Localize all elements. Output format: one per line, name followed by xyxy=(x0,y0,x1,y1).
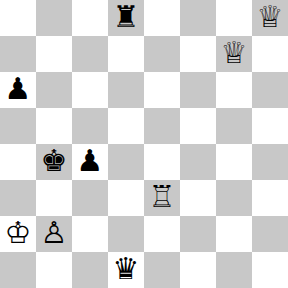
square-e6[interactable] xyxy=(144,72,180,108)
square-d8[interactable]: ♜ xyxy=(108,0,144,36)
square-a5[interactable] xyxy=(0,108,36,144)
square-a3[interactable] xyxy=(0,180,36,216)
square-c3[interactable] xyxy=(72,180,108,216)
square-g8[interactable] xyxy=(216,0,252,36)
square-c4[interactable]: ♟ xyxy=(72,144,108,180)
piece-white-rook[interactable]: ♖ xyxy=(149,179,176,215)
square-b3[interactable] xyxy=(36,180,72,216)
square-h3[interactable] xyxy=(252,180,288,216)
square-g4[interactable] xyxy=(216,144,252,180)
square-f2[interactable] xyxy=(180,216,216,252)
square-g6[interactable] xyxy=(216,72,252,108)
square-f8[interactable] xyxy=(180,0,216,36)
square-d4[interactable] xyxy=(108,144,144,180)
square-g2[interactable] xyxy=(216,216,252,252)
square-h2[interactable] xyxy=(252,216,288,252)
square-b7[interactable] xyxy=(36,36,72,72)
square-e8[interactable] xyxy=(144,0,180,36)
square-a4[interactable] xyxy=(0,144,36,180)
square-c1[interactable] xyxy=(72,252,108,288)
chess-board: ♜♕♕♟♚♟♖♔♙♛ xyxy=(0,0,288,288)
square-d5[interactable] xyxy=(108,108,144,144)
square-b1[interactable] xyxy=(36,252,72,288)
square-g1[interactable] xyxy=(216,252,252,288)
square-a6[interactable]: ♟ xyxy=(0,72,36,108)
square-g5[interactable] xyxy=(216,108,252,144)
square-f7[interactable] xyxy=(180,36,216,72)
square-f3[interactable] xyxy=(180,180,216,216)
piece-black-pawn[interactable]: ♟ xyxy=(5,71,32,107)
square-b4[interactable]: ♚ xyxy=(36,144,72,180)
square-b2[interactable]: ♙ xyxy=(36,216,72,252)
piece-black-king[interactable]: ♚ xyxy=(41,143,68,179)
square-c6[interactable] xyxy=(72,72,108,108)
piece-black-rook[interactable]: ♜ xyxy=(113,0,140,35)
square-a8[interactable] xyxy=(0,0,36,36)
square-c2[interactable] xyxy=(72,216,108,252)
piece-white-pawn[interactable]: ♙ xyxy=(41,215,68,251)
square-f5[interactable] xyxy=(180,108,216,144)
square-e5[interactable] xyxy=(144,108,180,144)
square-b5[interactable] xyxy=(36,108,72,144)
square-e7[interactable] xyxy=(144,36,180,72)
square-a7[interactable] xyxy=(0,36,36,72)
square-e3[interactable]: ♖ xyxy=(144,180,180,216)
square-c5[interactable] xyxy=(72,108,108,144)
square-g7[interactable]: ♕ xyxy=(216,36,252,72)
square-h7[interactable] xyxy=(252,36,288,72)
piece-black-queen[interactable]: ♛ xyxy=(113,251,140,287)
square-h8[interactable]: ♕ xyxy=(252,0,288,36)
square-e4[interactable] xyxy=(144,144,180,180)
piece-white-queen[interactable]: ♕ xyxy=(221,35,248,71)
square-f1[interactable] xyxy=(180,252,216,288)
square-b8[interactable] xyxy=(36,0,72,36)
square-e2[interactable] xyxy=(144,216,180,252)
piece-black-pawn[interactable]: ♟ xyxy=(77,143,104,179)
square-d3[interactable] xyxy=(108,180,144,216)
piece-white-queen[interactable]: ♕ xyxy=(257,0,284,35)
square-d2[interactable] xyxy=(108,216,144,252)
square-g3[interactable] xyxy=(216,180,252,216)
square-e1[interactable] xyxy=(144,252,180,288)
square-d1[interactable]: ♛ xyxy=(108,252,144,288)
square-h1[interactable] xyxy=(252,252,288,288)
square-d7[interactable] xyxy=(108,36,144,72)
square-c7[interactable] xyxy=(72,36,108,72)
square-h4[interactable] xyxy=(252,144,288,180)
square-f6[interactable] xyxy=(180,72,216,108)
piece-white-king[interactable]: ♔ xyxy=(5,215,32,251)
square-f4[interactable] xyxy=(180,144,216,180)
square-h5[interactable] xyxy=(252,108,288,144)
square-h6[interactable] xyxy=(252,72,288,108)
square-a2[interactable]: ♔ xyxy=(0,216,36,252)
square-a1[interactable] xyxy=(0,252,36,288)
square-c8[interactable] xyxy=(72,0,108,36)
square-d6[interactable] xyxy=(108,72,144,108)
square-b6[interactable] xyxy=(36,72,72,108)
